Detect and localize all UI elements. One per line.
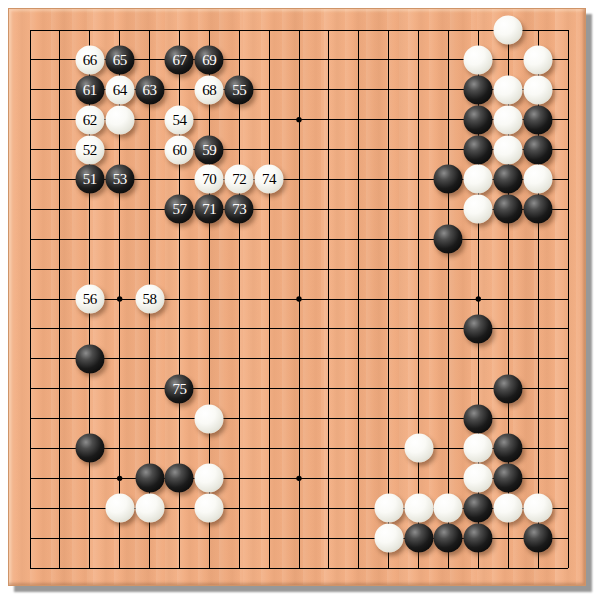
black-stone	[434, 225, 463, 254]
black-stone	[494, 374, 523, 403]
move-number: 67	[172, 52, 186, 67]
black-stone	[75, 344, 104, 373]
black-stone	[524, 105, 553, 134]
black-stone	[434, 165, 463, 194]
move-number: 55	[232, 82, 246, 97]
white-stone: 68	[195, 75, 224, 104]
white-stone	[404, 434, 433, 463]
black-stone	[464, 404, 493, 433]
move-number: 57	[172, 202, 186, 217]
black-stone: 59	[195, 135, 224, 164]
black-stone	[464, 75, 493, 104]
white-stone: 74	[255, 165, 284, 194]
move-number: 60	[172, 142, 186, 157]
white-stone	[105, 494, 134, 523]
white-stone: 56	[75, 285, 104, 314]
move-number: 53	[113, 172, 127, 187]
stones-layer: 6665676961646368556254526059515370727457…	[30, 30, 568, 568]
go-board: 6665676961646368556254526059515370727457…	[8, 8, 586, 586]
move-number: 52	[83, 142, 97, 157]
white-stone	[494, 494, 523, 523]
black-stone	[494, 165, 523, 194]
move-number: 56	[83, 292, 97, 307]
white-stone: 58	[135, 285, 164, 314]
black-stone	[75, 434, 104, 463]
black-stone: 69	[195, 45, 224, 74]
black-stone	[464, 314, 493, 343]
white-stone	[464, 195, 493, 224]
black-stone: 57	[165, 195, 194, 224]
black-stone: 67	[165, 45, 194, 74]
white-stone	[374, 524, 403, 553]
white-stone	[524, 165, 553, 194]
move-number: 59	[202, 142, 216, 157]
black-stone: 55	[225, 75, 254, 104]
black-stone: 75	[165, 374, 194, 403]
white-stone	[105, 105, 134, 134]
white-stone	[434, 494, 463, 523]
black-stone: 65	[105, 45, 134, 74]
move-number: 61	[83, 82, 97, 97]
black-stone	[464, 524, 493, 553]
black-stone: 61	[75, 75, 104, 104]
black-stone	[494, 434, 523, 463]
move-number: 65	[113, 52, 127, 67]
black-stone: 53	[105, 165, 134, 194]
white-stone	[524, 45, 553, 74]
black-stone	[524, 135, 553, 164]
white-stone	[195, 464, 224, 493]
move-number: 64	[113, 82, 127, 97]
black-stone	[494, 195, 523, 224]
move-number: 71	[202, 202, 216, 217]
black-stone	[524, 524, 553, 553]
white-stone	[494, 105, 523, 134]
board-grid[interactable]: 6665676961646368556254526059515370727457…	[30, 30, 568, 568]
white-stone: 60	[165, 135, 194, 164]
white-stone	[374, 494, 403, 523]
black-stone	[434, 524, 463, 553]
move-number: 73	[232, 202, 246, 217]
move-number: 66	[83, 52, 97, 67]
white-stone: 70	[195, 165, 224, 194]
move-number: 51	[83, 172, 97, 187]
move-number: 63	[143, 82, 157, 97]
move-number: 74	[262, 172, 276, 187]
white-stone	[494, 16, 523, 45]
white-stone: 72	[225, 165, 254, 194]
move-number: 68	[202, 82, 216, 97]
black-stone: 51	[75, 165, 104, 194]
move-number: 70	[202, 172, 216, 187]
move-number: 54	[172, 112, 186, 127]
white-stone	[404, 494, 433, 523]
move-number: 69	[202, 52, 216, 67]
go-diagram: 6665676961646368556254526059515370727457…	[0, 0, 600, 600]
white-stone	[135, 494, 164, 523]
white-stone	[494, 135, 523, 164]
black-stone	[135, 464, 164, 493]
white-stone: 54	[165, 105, 194, 134]
black-stone	[165, 464, 194, 493]
white-stone	[524, 75, 553, 104]
move-number: 75	[172, 381, 186, 396]
white-stone: 64	[105, 75, 134, 104]
white-stone: 52	[75, 135, 104, 164]
move-number: 62	[83, 112, 97, 127]
black-stone: 73	[225, 195, 254, 224]
white-stone	[464, 434, 493, 463]
move-number: 72	[232, 172, 246, 187]
white-stone	[195, 494, 224, 523]
white-stone	[195, 404, 224, 433]
black-stone	[404, 524, 433, 553]
white-stone	[464, 165, 493, 194]
black-stone	[464, 135, 493, 164]
black-stone	[494, 464, 523, 493]
white-stone: 62	[75, 105, 104, 134]
black-stone	[464, 494, 493, 523]
black-stone	[464, 105, 493, 134]
black-stone: 63	[135, 75, 164, 104]
black-stone: 71	[195, 195, 224, 224]
white-stone	[524, 494, 553, 523]
white-stone	[464, 45, 493, 74]
white-stone: 66	[75, 45, 104, 74]
white-stone	[494, 75, 523, 104]
black-stone	[524, 195, 553, 224]
move-number: 58	[143, 292, 157, 307]
white-stone	[464, 464, 493, 493]
